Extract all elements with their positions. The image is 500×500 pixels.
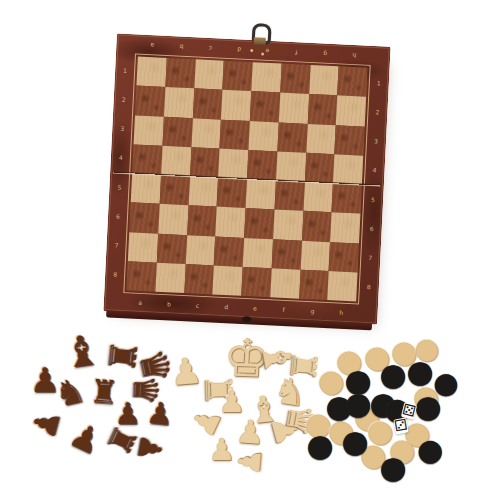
dark-chess-piece-pawn: ♟ [27, 406, 65, 442]
dark-chess-piece-queen: ♛ [128, 374, 163, 406]
square-g6 [302, 211, 332, 242]
checker-disc-light-disc: ● [364, 342, 390, 372]
square-e4 [247, 150, 277, 181]
square-a5 [131, 173, 161, 204]
square-d4 [218, 148, 248, 179]
square-h5 [332, 183, 362, 214]
light-chess-piece-pawn: ♟ [209, 435, 236, 465]
square-h7 [329, 242, 359, 273]
square-c2 [192, 89, 222, 120]
latch-plate-icon [254, 37, 266, 45]
square-d5 [217, 178, 247, 209]
square-e3 [248, 121, 278, 152]
square-g7 [300, 240, 330, 271]
checker-disc-light-disc: ● [360, 440, 386, 470]
square-g4 [304, 153, 334, 184]
square-c7 [185, 235, 215, 266]
clasp-latch [250, 23, 271, 44]
light-chess-piece-pawn: ♟ [235, 415, 266, 449]
light-chess-piece-queen: ♛ [279, 401, 320, 439]
square-g5 [303, 182, 333, 213]
file-label-top-a: a [151, 42, 155, 48]
checker-disc-black-disc: ● [406, 356, 433, 387]
die-die: ⚄ [401, 402, 417, 420]
square-h2 [336, 96, 366, 127]
square-g1 [309, 65, 339, 96]
square-h4 [333, 154, 363, 185]
square-g3 [306, 123, 336, 154]
light-chess-piece-bishop: ♝ [246, 390, 282, 429]
checker-disc-light-disc: ● [354, 402, 380, 432]
checker-disc-black-disc: ● [433, 369, 458, 398]
checker-disc-light-disc: ● [404, 418, 430, 448]
file-label-bottom-e: e [253, 305, 257, 311]
folding-chessboard: aabbccddeeffgghh1122334455667788 [103, 33, 390, 324]
file-label-bottom-f: f [283, 307, 285, 313]
rank-label-left-6: 6 [116, 214, 120, 220]
board-frame: aabbccddeeffgghh1122334455667788 [103, 33, 390, 324]
dark-chess-piece-rook: ♜ [102, 338, 141, 374]
die-die: ⚂ [393, 417, 408, 434]
square-e7 [243, 237, 273, 268]
dark-chess-piece-pawn: ♟ [30, 363, 60, 397]
square-a6 [129, 203, 159, 234]
square-h8 [327, 271, 357, 302]
file-label-top-h: h [352, 52, 356, 58]
rank-label-right-5: 5 [371, 197, 375, 203]
square-e5 [246, 179, 276, 210]
square-g2 [307, 94, 337, 125]
rank-label-right-7: 7 [368, 255, 372, 261]
file-label-top-g: g [323, 51, 327, 57]
bottom-latch-knob [242, 316, 251, 322]
square-b8 [155, 262, 185, 293]
square-a7 [128, 232, 158, 263]
square-h1 [337, 66, 367, 97]
rank-label-right-4: 4 [373, 168, 377, 174]
checker-disc-black-disc: ● [417, 435, 443, 465]
square-a1 [136, 57, 166, 88]
rank-label-left-1: 1 [123, 67, 127, 73]
dark-chess-piece-knight: ♞ [52, 372, 89, 412]
dark-chess-piece-pawn: ♟ [133, 432, 167, 464]
square-f7 [271, 239, 301, 270]
square-g8 [299, 269, 329, 300]
light-chess-piece-pawn: ♟ [234, 447, 266, 476]
square-h3 [335, 125, 365, 156]
rank-label-left-5: 5 [117, 184, 121, 190]
light-chess-piece-rook: ♜ [199, 373, 236, 407]
checker-disc-light-disc: ● [318, 366, 344, 396]
file-label-bottom-d: d [224, 304, 228, 310]
rank-label-right-1: 1 [377, 80, 381, 86]
checker-disc-black-disc: ● [379, 359, 406, 390]
square-b3 [162, 116, 192, 147]
square-a3 [134, 115, 164, 146]
square-f3 [277, 122, 307, 153]
square-b1 [165, 58, 195, 89]
file-label-bottom-c: c [196, 303, 200, 309]
rank-label-left-7: 7 [115, 243, 119, 249]
rank-label-left-4: 4 [119, 155, 123, 161]
square-b4 [161, 146, 191, 177]
checker-disc-black-disc: ● [341, 426, 368, 457]
square-c5 [188, 176, 218, 207]
file-label-top-e: e [266, 48, 270, 54]
square-b2 [164, 87, 194, 118]
file-label-bottom-h: h [339, 310, 343, 316]
light-chess-piece-rook: ♜ [286, 349, 323, 382]
square-f1 [280, 64, 310, 95]
light-chess-piece-king: ♚ [223, 331, 271, 385]
rank-label-left-8: 8 [113, 272, 117, 278]
checker-disc-light-disc: ● [413, 382, 439, 412]
checker-disc-black-disc: ● [414, 391, 441, 422]
dark-chess-piece-rook: ♜ [101, 420, 142, 460]
rank-label-right-3: 3 [374, 138, 378, 144]
file-label-top-c: c [208, 45, 212, 51]
square-e1 [251, 62, 281, 93]
square-e6 [244, 208, 274, 239]
checker-disc-light-disc: ● [391, 337, 417, 367]
dark-chess-piece-pawn: ♟ [145, 398, 175, 431]
square-a8 [126, 261, 156, 292]
square-a4 [132, 144, 162, 175]
light-chess-piece-pawn: ♟ [266, 411, 307, 449]
light-chess-piece-knight: ♞ [272, 372, 309, 412]
square-h6 [330, 212, 360, 243]
dark-chess-piece-queen: ♛ [133, 345, 177, 386]
square-b5 [159, 175, 189, 206]
rank-label-left-2: 2 [122, 97, 126, 103]
file-label-top-b: b [179, 44, 183, 50]
square-a2 [135, 86, 165, 117]
checker-disc-black-disc: ● [379, 452, 406, 483]
square-d3 [220, 119, 250, 150]
square-e8 [241, 267, 271, 298]
square-d8 [213, 265, 243, 296]
light-chess-piece-pawn: ♟ [219, 387, 246, 417]
light-chess-piece-pawn: ♟ [168, 353, 203, 392]
checker-disc-light-disc: ● [367, 416, 393, 446]
checker-disc-black-disc: ● [306, 430, 333, 461]
dark-chess-piece-rook: ♜ [89, 375, 120, 409]
square-c3 [191, 118, 221, 149]
checker-disc-light-disc: ● [389, 435, 415, 465]
square-b7 [157, 233, 187, 264]
square-c8 [184, 264, 214, 295]
light-chess-piece-pawn: ♟ [185, 402, 226, 442]
rank-label-right-8: 8 [367, 284, 371, 290]
square-d2 [221, 90, 251, 121]
rank-label-left-3: 3 [120, 126, 124, 132]
square-c4 [190, 147, 220, 178]
square-c1 [194, 59, 224, 90]
square-d6 [215, 207, 245, 238]
file-label-top-d: d [237, 46, 241, 52]
checker-disc-light-disc: ● [415, 335, 439, 363]
checker-disc-black-disc: ● [325, 391, 352, 422]
square-e2 [250, 91, 280, 122]
square-f2 [279, 93, 309, 124]
dark-chess-piece-bishop: ♝ [60, 329, 103, 376]
square-d7 [214, 236, 244, 267]
square-f5 [274, 180, 304, 211]
square-f4 [276, 151, 306, 182]
square-d1 [223, 61, 253, 92]
rank-label-right-6: 6 [370, 226, 374, 232]
dark-chess-piece-pawn: ♟ [115, 399, 142, 429]
board-grid [126, 57, 367, 302]
rank-label-right-2: 2 [375, 109, 379, 115]
file-label-top-f: f [295, 49, 297, 55]
dark-chess-piece-pawn: ♟ [65, 416, 107, 460]
checker-disc-black-disc: ● [344, 388, 371, 419]
square-f6 [273, 210, 303, 241]
file-label-bottom-a: a [138, 300, 142, 306]
checker-disc-light-disc: ● [328, 416, 354, 446]
square-f8 [270, 268, 300, 299]
product-photo-scene: aabbccddeeffgghh1122334455667788 ♝♟♜♛♞♜♛… [0, 0, 500, 500]
checker-disc-light-disc: ● [305, 409, 331, 439]
checker-disc-black-disc: ● [384, 394, 410, 424]
square-b6 [158, 204, 188, 235]
light-chess-piece-bishop: ♝ [255, 338, 298, 378]
checker-disc-light-disc: ● [336, 346, 362, 376]
checker-disc-black-disc: ● [344, 365, 371, 396]
file-label-bottom-b: b [167, 301, 171, 307]
checker-disc-black-disc: ● [369, 388, 396, 419]
file-label-bottom-g: g [310, 308, 314, 314]
square-c6 [187, 205, 217, 236]
